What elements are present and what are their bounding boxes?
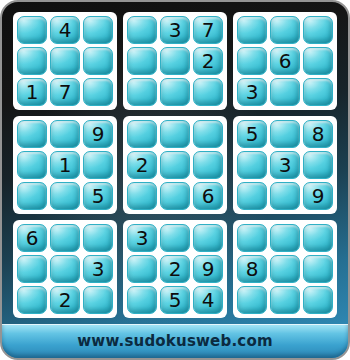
cell-r2c2[interactable] (50, 47, 80, 75)
cell-r9c8[interactable] (270, 286, 300, 314)
cell-r6c6[interactable]: 6 (193, 182, 223, 210)
cell-r3c5[interactable] (160, 78, 190, 106)
sudoku-board: 41737263915265839632329548 www.sudokuswe… (0, 0, 350, 360)
cell-r4c8[interactable] (270, 120, 300, 148)
cell-r6c8[interactable] (270, 182, 300, 210)
cell-r7c9[interactable] (303, 224, 333, 252)
cell-r1c8[interactable] (270, 16, 300, 44)
cell-r8c8[interactable] (270, 255, 300, 283)
box-1-2: 372 (123, 12, 227, 110)
cell-r5c2[interactable]: 1 (50, 151, 80, 179)
cell-r9c3[interactable] (83, 286, 113, 314)
cell-r3c8[interactable] (270, 78, 300, 106)
cell-r8c5[interactable]: 2 (160, 255, 190, 283)
cell-r2c9[interactable] (303, 47, 333, 75)
cell-r3c9[interactable] (303, 78, 333, 106)
cell-r6c3[interactable]: 5 (83, 182, 113, 210)
cell-r7c8[interactable] (270, 224, 300, 252)
cell-r1c2[interactable]: 4 (50, 16, 80, 44)
cell-r2c4[interactable] (127, 47, 157, 75)
cell-r4c7[interactable]: 5 (237, 120, 267, 148)
cell-r6c7[interactable] (237, 182, 267, 210)
cell-r9c9[interactable] (303, 286, 333, 314)
cell-r8c4[interactable] (127, 255, 157, 283)
cell-r1c1[interactable] (17, 16, 47, 44)
box-2-3: 5839 (233, 116, 337, 214)
box-3-3: 8 (233, 220, 337, 318)
cell-r5c8[interactable]: 3 (270, 151, 300, 179)
cell-r2c3[interactable] (83, 47, 113, 75)
cell-r4c2[interactable] (50, 120, 80, 148)
cell-r9c4[interactable] (127, 286, 157, 314)
cell-r2c8[interactable]: 6 (270, 47, 300, 75)
cell-r2c5[interactable] (160, 47, 190, 75)
footer-bar: www.sudokusweb.com (2, 324, 348, 358)
cell-r5c5[interactable] (160, 151, 190, 179)
cell-r1c6[interactable]: 7 (193, 16, 223, 44)
cell-r5c1[interactable] (17, 151, 47, 179)
sudoku-grid: 41737263915265839632329548 (13, 12, 337, 318)
box-1-3: 63 (233, 12, 337, 110)
footer-url: www.sudokusweb.com (77, 332, 272, 350)
cell-r8c3[interactable]: 3 (83, 255, 113, 283)
cell-r4c1[interactable] (17, 120, 47, 148)
cell-r2c6[interactable]: 2 (193, 47, 223, 75)
cell-r5c7[interactable] (237, 151, 267, 179)
cell-r4c6[interactable] (193, 120, 223, 148)
cell-r6c5[interactable] (160, 182, 190, 210)
cell-r6c2[interactable] (50, 182, 80, 210)
cell-r7c1[interactable]: 6 (17, 224, 47, 252)
cell-r3c2[interactable]: 7 (50, 78, 80, 106)
cell-r7c5[interactable] (160, 224, 190, 252)
cell-r2c7[interactable] (237, 47, 267, 75)
cell-r4c9[interactable]: 8 (303, 120, 333, 148)
cell-r7c6[interactable] (193, 224, 223, 252)
cell-r3c4[interactable] (127, 78, 157, 106)
cell-r7c4[interactable]: 3 (127, 224, 157, 252)
cell-r5c9[interactable] (303, 151, 333, 179)
box-3-2: 32954 (123, 220, 227, 318)
cell-r1c4[interactable] (127, 16, 157, 44)
cell-r4c5[interactable] (160, 120, 190, 148)
cell-r9c7[interactable] (237, 286, 267, 314)
box-2-2: 26 (123, 116, 227, 214)
cell-r7c3[interactable] (83, 224, 113, 252)
cell-r7c7[interactable] (237, 224, 267, 252)
cell-r1c5[interactable]: 3 (160, 16, 190, 44)
cell-r4c4[interactable] (127, 120, 157, 148)
cell-r2c1[interactable] (17, 47, 47, 75)
cell-r1c9[interactable] (303, 16, 333, 44)
cell-r3c3[interactable] (83, 78, 113, 106)
box-3-1: 632 (13, 220, 117, 318)
cell-r8c7[interactable]: 8 (237, 255, 267, 283)
cell-r9c5[interactable]: 5 (160, 286, 190, 314)
box-2-1: 915 (13, 116, 117, 214)
cell-r1c3[interactable] (83, 16, 113, 44)
cell-r5c4[interactable]: 2 (127, 151, 157, 179)
box-1-1: 417 (13, 12, 117, 110)
cell-r5c6[interactable] (193, 151, 223, 179)
cell-r4c3[interactable]: 9 (83, 120, 113, 148)
cell-r6c9[interactable]: 9 (303, 182, 333, 210)
cell-r6c4[interactable] (127, 182, 157, 210)
cell-r1c7[interactable] (237, 16, 267, 44)
cell-r3c7[interactable]: 3 (237, 78, 267, 106)
cell-r9c2[interactable]: 2 (50, 286, 80, 314)
cell-r7c2[interactable] (50, 224, 80, 252)
cell-r6c1[interactable] (17, 182, 47, 210)
cell-r5c3[interactable] (83, 151, 113, 179)
cell-r3c1[interactable]: 1 (17, 78, 47, 106)
cell-r8c1[interactable] (17, 255, 47, 283)
cell-r9c6[interactable]: 4 (193, 286, 223, 314)
cell-r9c1[interactable] (17, 286, 47, 314)
cell-r8c6[interactable]: 9 (193, 255, 223, 283)
cell-r3c6[interactable] (193, 78, 223, 106)
cell-r8c2[interactable] (50, 255, 80, 283)
cell-r8c9[interactable] (303, 255, 333, 283)
